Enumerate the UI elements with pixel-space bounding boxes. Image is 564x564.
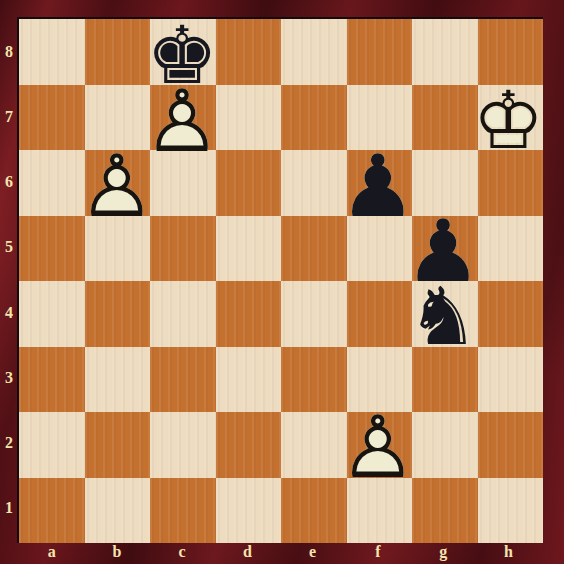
piece-layer: ♔♚♟♙♚♔♟♙♙♟♙♟♘♞♟♙ xyxy=(19,19,541,541)
black-knight-g4[interactable]: ♘♞ xyxy=(411,280,476,345)
white-king-h7[interactable]: ♚♔ xyxy=(476,84,541,149)
file-label-c: c xyxy=(150,540,215,564)
rank-label-3: 3 xyxy=(0,345,18,410)
file-label-g: g xyxy=(411,540,476,564)
rank-label-4: 4 xyxy=(0,280,18,345)
rank-label-7: 7 xyxy=(0,84,18,149)
file-labels: a b c d e f g h xyxy=(19,540,541,564)
white-pawn-glyph: ♙ xyxy=(339,404,416,490)
file-label-h: h xyxy=(476,540,541,564)
rank-label-2: 2 xyxy=(0,411,18,476)
white-pawn-b6[interactable]: ♟♙ xyxy=(84,150,149,215)
rank-label-8: 8 xyxy=(0,19,18,84)
file-label-b: b xyxy=(84,540,149,564)
white-pawn-f2[interactable]: ♟♙ xyxy=(345,411,410,476)
black-pawn-f6[interactable]: ♙♟ xyxy=(345,150,410,215)
file-label-a: a xyxy=(19,540,84,564)
black-knight-glyph: ♞ xyxy=(407,277,479,357)
white-king-glyph: ♔ xyxy=(473,81,545,161)
rank-label-5: 5 xyxy=(0,215,18,280)
board-frame: ♔♚♟♙♚♔♟♙♙♟♙♟♘♞♟♙ 8 7 6 5 4 3 2 1 a b c d… xyxy=(0,0,564,564)
file-label-d: d xyxy=(215,540,280,564)
rank-label-1: 1 xyxy=(0,476,18,541)
white-pawn-glyph: ♙ xyxy=(78,143,155,229)
white-pawn-c7[interactable]: ♟♙ xyxy=(150,84,215,149)
rank-label-6: 6 xyxy=(0,150,18,215)
file-label-f: f xyxy=(345,540,410,564)
file-label-e: e xyxy=(280,540,345,564)
rank-labels: 8 7 6 5 4 3 2 1 xyxy=(0,19,18,541)
